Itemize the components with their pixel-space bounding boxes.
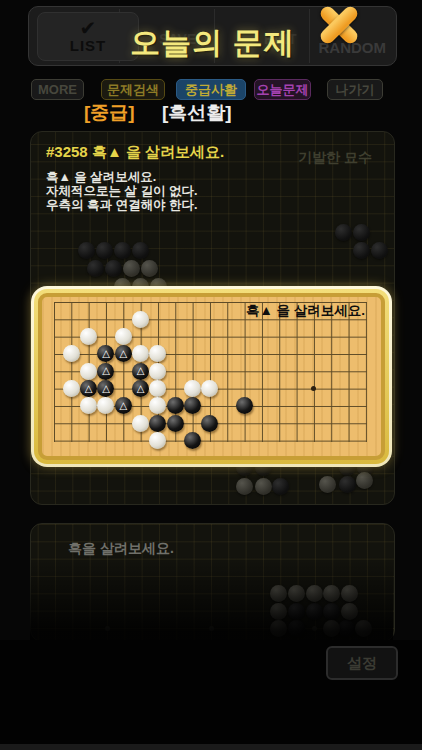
go-board[interactable]: △△△△△△△△ 흑▲ 을 살려보세요. [38,293,385,460]
dim-black-stone [371,242,388,259]
stone-white-c10-r6 [201,380,218,397]
dim-black-stone [306,603,323,620]
settings-button[interactable]: 설정 [326,646,398,680]
app-screen: ✔ LIST SAVE HINT 오늘의 문제 RANDOM MORE 문제검색… [0,0,422,750]
stone-black-c7-r8 [149,415,166,432]
problem-desc-line: 자체적으로는 살 길이 없다. [46,184,197,198]
stone-black-marked-c3-r6: △ [80,380,97,397]
stone-black-marked-c4-r5: △ [97,363,114,380]
stone-white-c2-r6 [63,380,80,397]
triangle-mark: △ [119,401,127,411]
stone-white-c3-r5 [80,363,97,380]
filter-line: [중급] [흑선활] [84,100,232,126]
dim-white-stone [236,478,253,495]
triangle-mark: △ [137,384,145,394]
dim-black-stone [338,620,355,637]
dim-black-stone [114,242,131,259]
dim-black-stone [339,476,356,493]
dim-black-stone [132,242,149,259]
dim-black-stone [96,242,113,259]
stone-black-marked-c4-r6: △ [97,380,114,397]
tab-more[interactable]: MORE [31,79,84,100]
board-grid: △△△△△△△△ [54,302,367,442]
tab-exit[interactable]: 나가기 [327,79,383,100]
close-icon[interactable] [315,2,363,48]
tab-today-problem[interactable]: 오늘문제 [254,79,311,100]
level-label: [중급] [84,102,135,123]
dim-white-stone [341,585,358,602]
stone-black-marked-c6-r5: △ [132,363,149,380]
dim-white-stone [323,585,340,602]
tab-problem-search[interactable]: 문제검색 [101,79,165,100]
dim-white-stone [355,620,372,637]
stone-white-c2-r4 [63,345,80,362]
gold-frame: △△△△△△△△ 흑▲ 을 살려보세요. [34,289,389,464]
stone-white-c4-r7 [97,397,114,414]
dim-white-stone [341,603,358,620]
dim-white-stone [356,472,373,489]
problem-badge: 기발한 묘수 [298,149,372,167]
star-point [311,386,316,391]
problem-desc-line: 우측의 흑과 연결해야 한다. [46,198,197,212]
next-problem-text: 흑을 살려보세요. [68,540,174,558]
dim-white-stone [270,620,287,637]
stone-white-c7-r6 [149,380,166,397]
active-board-card[interactable]: △△△△△△△△ 흑▲ 을 살려보세요. [31,286,392,467]
stone-black-marked-c5-r7: △ [115,397,132,414]
triangle-mark: △ [102,384,110,394]
dim-star-point [105,626,110,631]
dim-black-stone [288,620,305,637]
dim-black-stone [288,603,305,620]
triangle-mark: △ [119,349,127,359]
stone-white-c7-r7 [149,397,166,414]
stone-black-c8-r7 [167,397,184,414]
bottom-strip [0,744,422,750]
stone-white-c7-r5 [149,363,166,380]
problem-desc-line: 흑▲ 을 살려보세요. [46,170,156,184]
category-label: [흑선활] [162,102,232,123]
stone-black-c10-r8 [201,415,218,432]
triangle-mark: △ [102,349,110,359]
stone-white-c3-r3 [80,328,97,345]
dim-white-stone [123,260,140,277]
dim-white-stone [306,585,323,602]
stone-white-c3-r7 [80,397,97,414]
stone-white-c7-r4 [149,345,166,362]
tab-intermediate-lifedeath[interactable]: 중급사활 [176,79,246,100]
dim-black-stone [272,478,289,495]
stone-white-c7-r9 [149,432,166,449]
stone-black-c8-r8 [167,415,184,432]
dim-white-stone [255,478,272,495]
stone-white-c9-r6 [184,380,201,397]
stone-black-marked-c6-r6: △ [132,380,149,397]
stone-white-c6-r2 [132,311,149,328]
dim-white-stone [270,603,287,620]
problem-title: #3258 흑▲ 을 살려보세요. [46,143,224,162]
dim-black-stone [105,260,122,277]
stone-black-c12-r7 [236,397,253,414]
dim-star-point [209,626,214,631]
dim-black-stone [78,242,95,259]
dim-black-stone [323,603,340,620]
stone-black-marked-c4-r4: △ [97,345,114,362]
dim-white-stone [270,585,287,602]
dim-white-stone [141,260,158,277]
dim-white-stone [288,585,305,602]
stone-white-c6-r4 [132,345,149,362]
triangle-mark: △ [137,366,145,376]
triangle-mark: △ [102,366,110,376]
stone-white-c6-r8 [132,415,149,432]
stone-black-c9-r7 [184,397,201,414]
board-instruction-label: 흑▲ 을 살려보세요. [246,302,365,320]
dim-white-stone [323,620,340,637]
dim-black-stone [87,260,104,277]
dim-black-stone [335,224,352,241]
next-problem-card[interactable]: 흑을 살려보세요. [30,523,395,642]
dim-star-point [312,626,317,631]
dim-black-stone [353,242,370,259]
dim-white-stone [319,476,336,493]
stone-black-c9-r9 [184,432,201,449]
dim-black-stone [353,224,370,241]
triangle-mark: △ [85,384,93,394]
stone-black-marked-c5-r4: △ [115,345,132,362]
stone-white-c5-r3 [115,328,132,345]
